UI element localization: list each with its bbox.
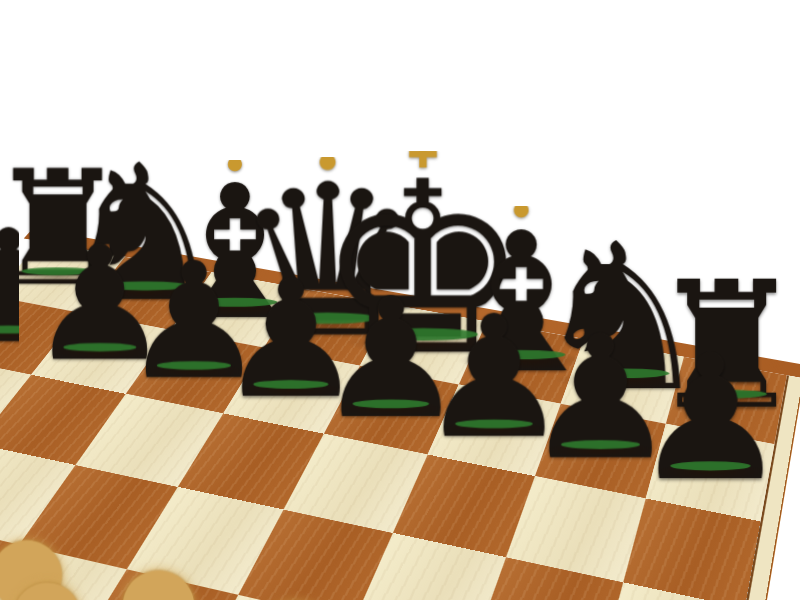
finial-ball-icon: ● [513,199,530,218]
board-grid: ♜♞♝●♛●♚✚♝●♞♜♟♟♟♟♟♟♟♟♟♟♟♟♟♟♟♟♜♞♝♛●♚♝♞♜ [0,242,787,600]
black-pawn-icon: ♟ [633,332,789,506]
chess-set-photo: ♜♞♝●♛●♚✚♝●♞♜♟♟♟♟♟♟♟♟♟♟♟♟♟♟♟♟♜♞♝♛●♚♝♞♜ [0,0,800,600]
finial-cross-icon: ✚ [407,137,439,175]
piece-black-pawn-h7: ♟ [633,332,789,506]
photo-scene: ♜♞♝●♛●♚✚♝●♞♜♟♟♟♟♟♟♟♟♟♟♟♟♟♟♟♟♜♞♝♛●♚♝♞♜ [0,0,800,600]
chess-board: ♜♞♝●♛●♚✚♝●♞♜♟♟♟♟♟♟♟♟♟♟♟♟♟♟♟♟♜♞♝♛●♚♝♞♜ [0,242,800,600]
